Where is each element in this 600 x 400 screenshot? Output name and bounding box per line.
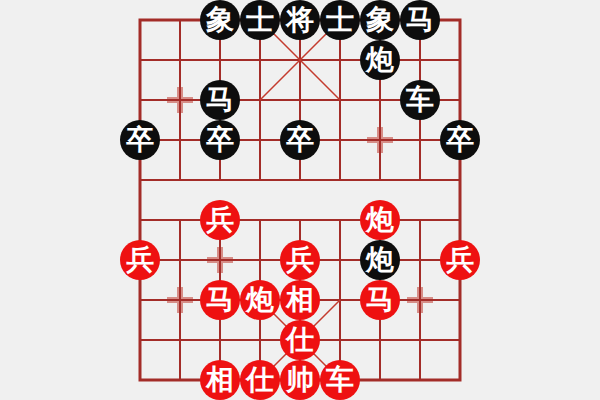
piece-black-pawn[interactable]: 卒 xyxy=(280,120,320,160)
piece-red-advisor[interactable]: 仕 xyxy=(240,360,280,400)
piece-black-general[interactable]: 将 xyxy=(280,0,320,40)
piece-black-cannon[interactable]: 炮 xyxy=(360,240,400,280)
xiangqi-app-window: 象士将士象马炮马车卒卒卒卒兵炮兵兵炮兵马炮相马仕相仕帅车 xyxy=(0,0,600,400)
piece-red-pawn[interactable]: 兵 xyxy=(440,240,480,280)
piece-black-pawn[interactable]: 卒 xyxy=(440,120,480,160)
piece-red-elephant[interactable]: 相 xyxy=(280,280,320,320)
piece-black-cannon[interactable]: 炮 xyxy=(360,40,400,80)
piece-red-horse[interactable]: 马 xyxy=(200,280,240,320)
piece-black-horse[interactable]: 马 xyxy=(200,80,240,120)
pieces-layer: 象士将士象马炮马车卒卒卒卒兵炮兵兵炮兵马炮相马仕相仕帅车 xyxy=(0,0,600,400)
piece-black-horse[interactable]: 马 xyxy=(400,0,440,40)
piece-red-elephant[interactable]: 相 xyxy=(200,360,240,400)
piece-red-cannon[interactable]: 炮 xyxy=(360,200,400,240)
piece-black-elephant[interactable]: 象 xyxy=(360,0,400,40)
piece-red-horse[interactable]: 马 xyxy=(360,280,400,320)
piece-red-advisor[interactable]: 仕 xyxy=(280,320,320,360)
piece-red-pawn[interactable]: 兵 xyxy=(200,200,240,240)
piece-black-chariot[interactable]: 车 xyxy=(400,80,440,120)
piece-red-pawn[interactable]: 兵 xyxy=(280,240,320,280)
piece-red-chariot[interactable]: 车 xyxy=(320,360,360,400)
piece-black-elephant[interactable]: 象 xyxy=(200,0,240,40)
piece-black-pawn[interactable]: 卒 xyxy=(200,120,240,160)
piece-red-general[interactable]: 帅 xyxy=(280,360,320,400)
piece-black-pawn[interactable]: 卒 xyxy=(120,120,160,160)
piece-black-advisor[interactable]: 士 xyxy=(240,0,280,40)
piece-red-pawn[interactable]: 兵 xyxy=(120,240,160,280)
piece-red-cannon[interactable]: 炮 xyxy=(240,280,280,320)
piece-black-advisor[interactable]: 士 xyxy=(320,0,360,40)
